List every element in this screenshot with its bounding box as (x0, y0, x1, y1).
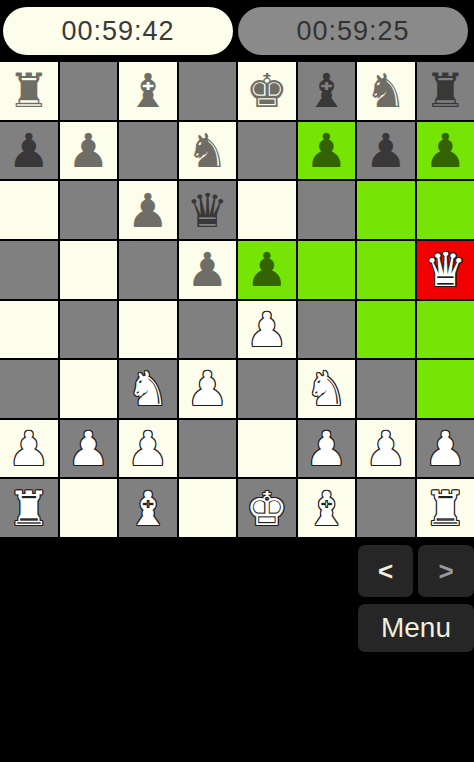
square-e7[interactable] (238, 122, 296, 180)
square-b1[interactable] (60, 479, 118, 537)
piece-wb-f1[interactable]: ♝ (305, 485, 347, 532)
square-g5[interactable] (357, 241, 415, 299)
piece-wp-g2[interactable]: ♟ (365, 425, 407, 472)
piece-wn-c3[interactable]: ♞ (127, 365, 169, 412)
piece-wp-e4[interactable]: ♟ (246, 306, 288, 353)
square-f4[interactable] (298, 301, 356, 359)
square-a1[interactable]: ♜ (0, 479, 58, 537)
square-d4[interactable] (179, 301, 237, 359)
square-f3[interactable]: ♞ (298, 360, 356, 418)
square-f5[interactable] (298, 241, 356, 299)
piece-bp-f7[interactable]: ♟ (305, 127, 347, 174)
square-c4[interactable] (119, 301, 177, 359)
square-d6[interactable]: ♛ (179, 181, 237, 239)
square-a5[interactable] (0, 241, 58, 299)
square-f1[interactable]: ♝ (298, 479, 356, 537)
square-e8[interactable]: ♚ (238, 62, 296, 120)
black-clock-time: 00:59:25 (296, 16, 409, 47)
piece-bn-g8[interactable]: ♞ (365, 67, 407, 114)
piece-wn-f3[interactable]: ♞ (305, 365, 347, 412)
square-h6[interactable] (417, 181, 474, 239)
white-clock: 00:59:42 (3, 7, 233, 55)
square-g7[interactable]: ♟ (357, 122, 415, 180)
piece-wp-f2[interactable]: ♟ (305, 425, 347, 472)
piece-wp-h2[interactable]: ♟ (424, 425, 466, 472)
square-d8[interactable] (179, 62, 237, 120)
square-f2[interactable]: ♟ (298, 420, 356, 478)
square-a2[interactable]: ♟ (0, 420, 58, 478)
next-move-button[interactable]: > (418, 545, 474, 597)
black-clock: 00:59:25 (238, 7, 468, 55)
square-c8[interactable]: ♝ (119, 62, 177, 120)
piece-br-h8[interactable]: ♜ (424, 67, 466, 114)
piece-wr-h1[interactable]: ♜ (424, 485, 466, 532)
piece-bp-e5[interactable]: ♟ (246, 246, 288, 293)
square-e1[interactable]: ♚ (238, 479, 296, 537)
square-d1[interactable] (179, 479, 237, 537)
square-a4[interactable] (0, 301, 58, 359)
square-g4[interactable] (357, 301, 415, 359)
menu-button[interactable]: Menu (358, 604, 474, 652)
chess-board[interactable]: ♜♝♚♝♞♜♟♟♞♟♟♟♟♛♟♟♛♟♞♟♞♟♟♟♟♟♟♜♝♚♝♜ (0, 62, 474, 537)
piece-bn-d7[interactable]: ♞ (186, 127, 228, 174)
square-g8[interactable]: ♞ (357, 62, 415, 120)
square-c1[interactable]: ♝ (119, 479, 177, 537)
square-c7[interactable] (119, 122, 177, 180)
square-b8[interactable] (60, 62, 118, 120)
piece-wp-a2[interactable]: ♟ (8, 425, 50, 472)
previous-move-button[interactable]: < (358, 545, 413, 597)
square-d2[interactable] (179, 420, 237, 478)
piece-wp-b2[interactable]: ♟ (67, 425, 109, 472)
previous-move-label: < (378, 556, 393, 587)
square-b7[interactable]: ♟ (60, 122, 118, 180)
square-b4[interactable] (60, 301, 118, 359)
square-e6[interactable] (238, 181, 296, 239)
square-d3[interactable]: ♟ (179, 360, 237, 418)
piece-wk-e1[interactable]: ♚ (246, 485, 288, 532)
square-c2[interactable]: ♟ (119, 420, 177, 478)
next-move-label: > (438, 556, 453, 587)
piece-bb-c8[interactable]: ♝ (127, 67, 169, 114)
square-a7[interactable]: ♟ (0, 122, 58, 180)
square-d7[interactable]: ♞ (179, 122, 237, 180)
piece-bk-e8[interactable]: ♚ (246, 67, 288, 114)
clock-bar: 00:59:42 00:59:25 (0, 0, 474, 62)
piece-br-a8[interactable]: ♜ (8, 67, 50, 114)
square-h8[interactable]: ♜ (417, 62, 474, 120)
square-e5[interactable]: ♟ (238, 241, 296, 299)
square-d5[interactable]: ♟ (179, 241, 237, 299)
piece-wp-c2[interactable]: ♟ (127, 425, 169, 472)
square-e3[interactable] (238, 360, 296, 418)
square-a6[interactable] (0, 181, 58, 239)
square-g3[interactable] (357, 360, 415, 418)
square-e2[interactable] (238, 420, 296, 478)
square-g6[interactable] (357, 181, 415, 239)
piece-bb-f8[interactable]: ♝ (305, 67, 347, 114)
menu-label: Menu (381, 612, 451, 644)
piece-wq-h5[interactable]: ♛ (424, 246, 466, 293)
square-a8[interactable]: ♜ (0, 62, 58, 120)
square-h5[interactable]: ♛ (417, 241, 474, 299)
square-h2[interactable]: ♟ (417, 420, 474, 478)
piece-bp-c6[interactable]: ♟ (127, 187, 169, 234)
piece-bp-a7[interactable]: ♟ (8, 127, 50, 174)
square-g2[interactable]: ♟ (357, 420, 415, 478)
square-b5[interactable] (60, 241, 118, 299)
square-c6[interactable]: ♟ (119, 181, 177, 239)
square-b6[interactable] (60, 181, 118, 239)
square-f7[interactable]: ♟ (298, 122, 356, 180)
white-clock-time: 00:59:42 (61, 16, 174, 47)
square-h1[interactable]: ♜ (417, 479, 474, 537)
square-h7[interactable]: ♟ (417, 122, 474, 180)
piece-bp-d5[interactable]: ♟ (186, 246, 228, 293)
square-b2[interactable]: ♟ (60, 420, 118, 478)
piece-bp-b7[interactable]: ♟ (67, 127, 109, 174)
square-f8[interactable]: ♝ (298, 62, 356, 120)
piece-wr-a1[interactable]: ♜ (8, 485, 50, 532)
piece-wb-c1[interactable]: ♝ (127, 485, 169, 532)
piece-bp-g7[interactable]: ♟ (365, 127, 407, 174)
square-h4[interactable] (417, 301, 474, 359)
square-c5[interactable] (119, 241, 177, 299)
square-e4[interactable]: ♟ (238, 301, 296, 359)
piece-wp-d3[interactable]: ♟ (186, 365, 228, 412)
square-c3[interactable]: ♞ (119, 360, 177, 418)
square-h3[interactable] (417, 360, 474, 418)
square-b3[interactable] (60, 360, 118, 418)
square-a3[interactable] (0, 360, 58, 418)
square-g1[interactable] (357, 479, 415, 537)
square-f6[interactable] (298, 181, 356, 239)
piece-bp-h7[interactable]: ♟ (424, 127, 466, 174)
piece-bq-d6[interactable]: ♛ (186, 187, 228, 234)
